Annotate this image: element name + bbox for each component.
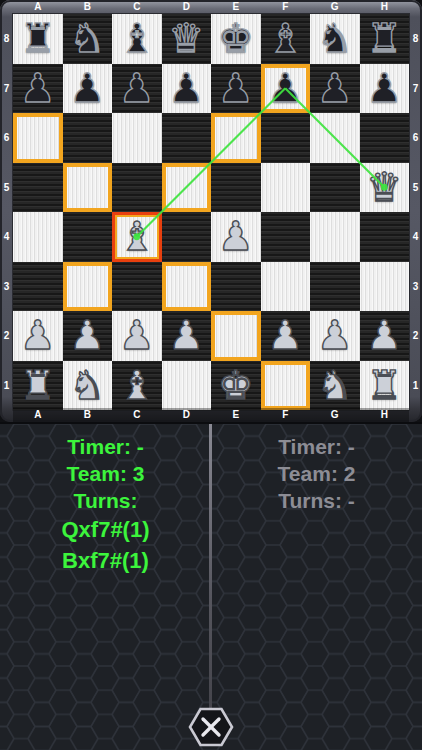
gray-team-label: Team: 2 <box>211 460 422 487</box>
square-h2[interactable]: ♟ <box>360 311 410 361</box>
piece-black-knight: ♞ <box>310 14 360 64</box>
file-label: A <box>13 0 63 14</box>
piece-black-king: ♚ <box>211 14 261 64</box>
gray-turns-label: Turns: - <box>211 487 422 514</box>
file-label: G <box>310 408 360 422</box>
square-b2[interactable]: ♟ <box>63 311 113 361</box>
rank-label: 3 <box>0 262 13 312</box>
piece-black-bishop: ♝ <box>261 14 311 64</box>
piece-black-pawn: ♟ <box>13 64 63 114</box>
file-label: C <box>112 408 162 422</box>
rank-label: 7 <box>0 64 13 114</box>
file-label: E <box>211 0 261 14</box>
square-c7[interactable]: ♟ <box>112 64 162 114</box>
square-e3[interactable] <box>211 262 261 312</box>
square-d2[interactable]: ♟ <box>162 311 212 361</box>
rank-label: 8 <box>0 14 13 64</box>
square-a6[interactable] <box>13 113 63 163</box>
piece-black-pawn: ♟ <box>63 64 113 114</box>
square-g2[interactable]: ♟ <box>310 311 360 361</box>
square-f8[interactable]: ♝ <box>261 14 311 64</box>
file-label: E <box>211 408 261 422</box>
square-a2[interactable]: ♟ <box>13 311 63 361</box>
piece-black-queen: ♛ <box>162 14 212 64</box>
rank-label: 7 <box>409 64 422 114</box>
close-button[interactable] <box>188 706 234 748</box>
rank-label: 2 <box>409 311 422 361</box>
square-b3[interactable] <box>63 262 113 312</box>
board-grid-wrap: ♜♞♝♛♚♝♞♜♟♟♟♟♟♟♟♟♛♝♟♟♟♟♟♟♟♟♜♞♝♚♞♜ <box>13 14 409 410</box>
info-panel: Timer: - Team: 3 Turns: Qxf7#(1)Bxf7#(1)… <box>0 422 422 750</box>
square-f5[interactable] <box>261 163 311 213</box>
square-b6[interactable] <box>63 113 113 163</box>
file-label: F <box>261 0 311 14</box>
square-c4[interactable]: ♝ <box>112 212 162 262</box>
square-f6[interactable] <box>261 113 311 163</box>
square-b7[interactable]: ♟ <box>63 64 113 114</box>
square-c1[interactable]: ♝ <box>112 361 162 411</box>
piece-white-rook: ♜ <box>360 361 410 411</box>
square-c3[interactable] <box>112 262 162 312</box>
square-g7[interactable]: ♟ <box>310 64 360 114</box>
chess-app: ABCDEFGH 87654321 ♜♞♝♛♚♝♞♜♟♟♟♟♟♟♟♟♛♝♟♟♟♟… <box>0 0 422 750</box>
file-labels-bottom: ABCDEFGH <box>13 408 409 422</box>
square-f7[interactable]: ♟ <box>261 64 311 114</box>
square-g1[interactable]: ♞ <box>310 361 360 411</box>
piece-black-bishop: ♝ <box>112 14 162 64</box>
piece-white-rook: ♜ <box>13 361 63 411</box>
square-d7[interactable]: ♟ <box>162 64 212 114</box>
piece-black-pawn: ♟ <box>162 64 212 114</box>
square-h4[interactable] <box>360 212 410 262</box>
square-b8[interactable]: ♞ <box>63 14 113 64</box>
piece-white-pawn: ♟ <box>211 212 261 262</box>
square-a7[interactable]: ♟ <box>13 64 63 114</box>
green-team-label: Team: 3 <box>0 460 211 487</box>
piece-white-pawn: ♟ <box>261 311 311 361</box>
rank-label: 8 <box>409 14 422 64</box>
piece-white-bishop: ♝ <box>112 212 162 262</box>
square-f2[interactable]: ♟ <box>261 311 311 361</box>
square-h5[interactable]: ♛ <box>360 163 410 213</box>
rank-label: 3 <box>409 262 422 312</box>
square-f4[interactable] <box>261 212 311 262</box>
square-g5[interactable] <box>310 163 360 213</box>
piece-black-rook: ♜ <box>360 14 410 64</box>
board-grid: ♜♞♝♛♚♝♞♜♟♟♟♟♟♟♟♟♛♝♟♟♟♟♟♟♟♟♜♞♝♚♞♜ <box>13 14 409 410</box>
square-d4[interactable] <box>162 212 212 262</box>
rank-label: 4 <box>409 212 422 262</box>
green-turns-label: Turns: <box>0 487 211 514</box>
piece-black-knight: ♞ <box>63 14 113 64</box>
square-b4[interactable] <box>63 212 113 262</box>
green-timer-label: Timer: - <box>0 433 211 460</box>
square-e4[interactable]: ♟ <box>211 212 261 262</box>
player-green-info: Timer: - Team: 3 Turns: Qxf7#(1)Bxf7#(1) <box>0 424 211 576</box>
piece-black-rook: ♜ <box>13 14 63 64</box>
file-label: H <box>360 408 410 422</box>
piece-white-pawn: ♟ <box>162 311 212 361</box>
file-label: D <box>162 408 212 422</box>
square-d1[interactable] <box>162 361 212 411</box>
rank-label: 4 <box>0 212 13 262</box>
square-h6[interactable] <box>360 113 410 163</box>
square-a8[interactable]: ♜ <box>13 14 63 64</box>
square-b1[interactable]: ♞ <box>63 361 113 411</box>
square-a3[interactable] <box>13 262 63 312</box>
square-e2[interactable] <box>211 311 261 361</box>
square-e5[interactable] <box>211 163 261 213</box>
square-f1[interactable] <box>261 361 311 411</box>
piece-black-pawn: ♟ <box>211 64 261 114</box>
rank-label: 1 <box>409 361 422 411</box>
square-c2[interactable]: ♟ <box>112 311 162 361</box>
square-b5[interactable] <box>63 163 113 213</box>
player-gray-info: Timer: - Team: 2 Turns: - <box>211 424 422 514</box>
square-g4[interactable] <box>310 212 360 262</box>
square-c8[interactable]: ♝ <box>112 14 162 64</box>
rank-label: 5 <box>0 163 13 213</box>
file-label: C <box>112 0 162 14</box>
square-g3[interactable] <box>310 262 360 312</box>
square-d6[interactable] <box>162 113 212 163</box>
move-suggestion: Qxf7#(1) <box>0 515 211 545</box>
green-move-list: Qxf7#(1)Bxf7#(1) <box>0 515 211 576</box>
square-a5[interactable] <box>13 163 63 213</box>
square-a4[interactable] <box>13 212 63 262</box>
rank-label: 6 <box>409 113 422 163</box>
piece-white-king: ♚ <box>211 361 261 411</box>
square-g8[interactable]: ♞ <box>310 14 360 64</box>
move-suggestion: Bxf7#(1) <box>0 546 211 576</box>
piece-white-queen: ♛ <box>360 163 410 213</box>
piece-white-pawn: ♟ <box>112 311 162 361</box>
square-h7[interactable]: ♟ <box>360 64 410 114</box>
file-label: A <box>13 408 63 422</box>
file-label: B <box>63 408 113 422</box>
square-h1[interactable]: ♜ <box>360 361 410 411</box>
rank-labels-left: 87654321 <box>0 14 13 410</box>
gray-timer-label: Timer: - <box>211 433 422 460</box>
square-c5[interactable] <box>112 163 162 213</box>
square-g6[interactable] <box>310 113 360 163</box>
file-labels-top: ABCDEFGH <box>13 0 409 14</box>
x-icon <box>188 706 234 748</box>
file-label: B <box>63 0 113 14</box>
piece-white-pawn: ♟ <box>13 311 63 361</box>
file-label: F <box>261 408 311 422</box>
piece-black-pawn: ♟ <box>261 64 311 114</box>
file-label: G <box>310 0 360 14</box>
file-label: H <box>360 0 410 14</box>
chess-board: ABCDEFGH 87654321 ♜♞♝♛♚♝♞♜♟♟♟♟♟♟♟♟♛♝♟♟♟♟… <box>0 0 422 422</box>
square-h3[interactable] <box>360 262 410 312</box>
piece-white-pawn: ♟ <box>63 311 113 361</box>
square-e1[interactable]: ♚ <box>211 361 261 411</box>
square-a1[interactable]: ♜ <box>13 361 63 411</box>
square-d5[interactable] <box>162 163 212 213</box>
square-d3[interactable] <box>162 262 212 312</box>
square-f3[interactable] <box>261 262 311 312</box>
piece-white-knight: ♞ <box>63 361 113 411</box>
piece-white-bishop: ♝ <box>112 361 162 411</box>
piece-black-pawn: ♟ <box>310 64 360 114</box>
piece-white-knight: ♞ <box>310 361 360 411</box>
square-e8[interactable]: ♚ <box>211 14 261 64</box>
square-d8[interactable]: ♛ <box>162 14 212 64</box>
rank-label: 5 <box>409 163 422 213</box>
piece-black-pawn: ♟ <box>360 64 410 114</box>
piece-black-pawn: ♟ <box>112 64 162 114</box>
rank-label: 1 <box>0 361 13 411</box>
file-label: D <box>162 0 212 14</box>
rank-labels-right: 87654321 <box>409 14 422 410</box>
square-h8[interactable]: ♜ <box>360 14 410 64</box>
rank-label: 2 <box>0 311 13 361</box>
rank-label: 6 <box>0 113 13 163</box>
piece-white-pawn: ♟ <box>360 311 410 361</box>
piece-white-pawn: ♟ <box>310 311 360 361</box>
square-e6[interactable] <box>211 113 261 163</box>
square-e7[interactable]: ♟ <box>211 64 261 114</box>
square-c6[interactable] <box>112 113 162 163</box>
